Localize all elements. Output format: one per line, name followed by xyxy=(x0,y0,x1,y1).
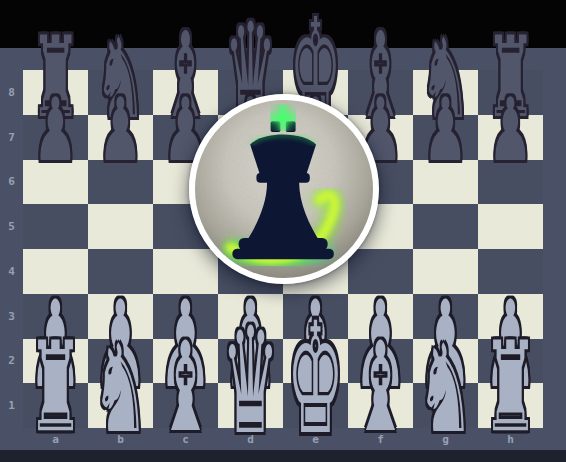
pawn-glyph: ♟ xyxy=(88,86,153,174)
neon-king-graphic xyxy=(195,100,373,278)
neon-king-badge xyxy=(189,94,379,284)
square-a5[interactable] xyxy=(23,204,88,249)
pawn-glyph: ♟ xyxy=(23,86,88,174)
rank-label-2: 2 xyxy=(0,339,23,384)
bishop-glyph: ♝ xyxy=(348,326,413,450)
rook-glyph: ♜ xyxy=(478,326,543,450)
pawn-glyph: ♟ xyxy=(413,86,478,174)
king-glyph: ♚ xyxy=(283,303,348,457)
knight-glyph: ♞ xyxy=(413,328,478,450)
square-b5[interactable] xyxy=(88,204,153,249)
rank-label-6: 6 xyxy=(0,160,23,205)
square-h5[interactable] xyxy=(478,204,543,249)
rank-label-7: 7 xyxy=(0,115,23,160)
rank-label-4: 4 xyxy=(0,249,23,294)
pawn-glyph: ♟ xyxy=(478,86,543,174)
rank-label-1: 1 xyxy=(0,383,23,428)
square-g5[interactable] xyxy=(413,204,478,249)
rook-glyph: ♜ xyxy=(23,326,88,450)
rank-label-5: 5 xyxy=(0,204,23,249)
rank-label-3: 3 xyxy=(0,294,23,339)
rank-label-8: 8 xyxy=(0,70,23,115)
knight-glyph: ♞ xyxy=(88,328,153,450)
bishop-glyph: ♝ xyxy=(153,326,218,450)
queen-glyph: ♛ xyxy=(218,308,283,455)
chess-app-window: 87654321abcdefgh ♜♞♝♛♚♝♞♜♟♟♟♟♟♟♟♟♟♟♟♟♟♟♟… xyxy=(0,0,566,462)
